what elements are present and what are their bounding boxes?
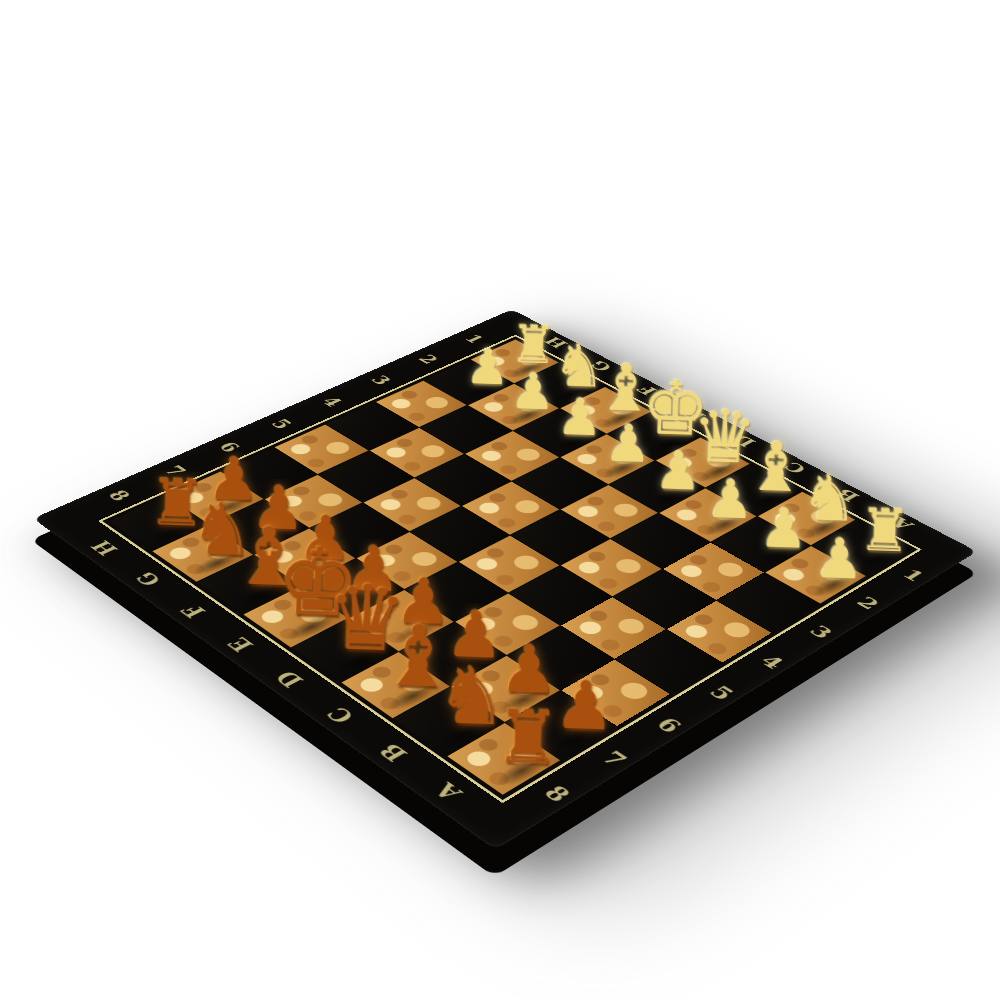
- playing-field-frame: ♜♟♟♜♞♟♟♞♝♟♟♝♚♟♟♚♛♟♟♛♝♟♟♝♞♟♟♞♜♟♟♜: [98, 335, 922, 804]
- chess-board-3d: 87654321 HGFEDCBA HGFEDCBA 87654321 ♜♟♟♜…: [33, 309, 977, 849]
- piece-shadow: [852, 542, 906, 573]
- piece-shadow: [596, 454, 649, 482]
- board-grid: ♜♟♟♜♞♟♟♞♝♟♟♝♚♟♟♚♛♟♟♛♝♟♟♝♞♟♟♞♜♟♟♜: [109, 339, 910, 794]
- photo-scene: 87654321 HGFEDCBA HGFEDCBA 87654321 ♜♟♟♜…: [0, 0, 1000, 1000]
- square-e5: [410, 506, 509, 561]
- piece-shadow: [643, 431, 695, 458]
- chess-board: 87654321 HGFEDCBA HGFEDCBA 87654321 ♜♟♟♜…: [33, 309, 977, 849]
- page-background: { "game": "chess", "scene": { "descripti…: [0, 0, 1000, 1000]
- rank-label-near-2: 2: [829, 581, 908, 626]
